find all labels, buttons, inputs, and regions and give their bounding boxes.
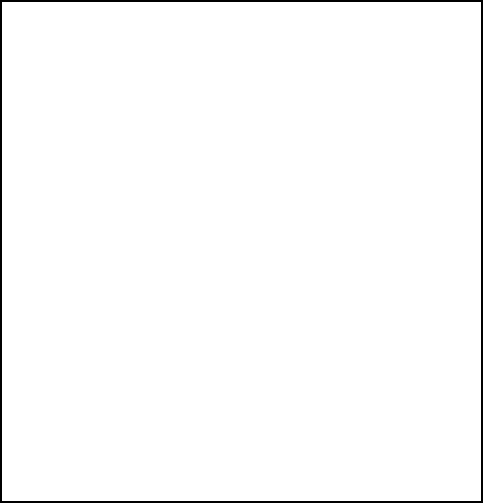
nonogram-page (0, 0, 483, 503)
bottom-left-watermark (2, 454, 66, 501)
row-clues-area (2, 102, 66, 501)
column-clues-area (66, 2, 465, 102)
puzzle-grid (66, 102, 465, 501)
corner-watermark (2, 2, 66, 102)
